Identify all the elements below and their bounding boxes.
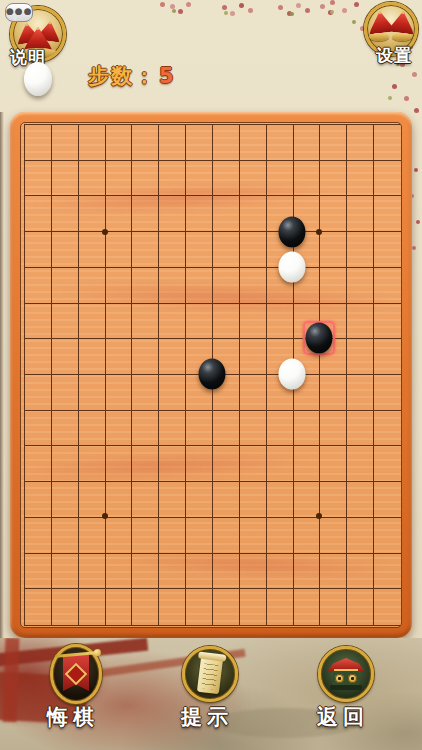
board-cell[interactable] bbox=[25, 232, 52, 268]
board-cell[interactable] bbox=[106, 375, 133, 411]
board-cell[interactable] bbox=[159, 589, 186, 625]
gold-coin bbox=[335, 674, 344, 683]
board-cell[interactable] bbox=[132, 411, 159, 447]
board-cell[interactable] bbox=[132, 589, 159, 625]
board-cell[interactable] bbox=[347, 196, 374, 232]
move-counter-label: 步数： bbox=[88, 64, 157, 88]
board-cell[interactable] bbox=[186, 375, 213, 411]
board-cell[interactable] bbox=[320, 268, 347, 304]
board-cell[interactable] bbox=[267, 518, 294, 554]
board-cell[interactable] bbox=[294, 554, 321, 590]
board-cell[interactable] bbox=[52, 589, 79, 625]
board-cell[interactable] bbox=[294, 232, 321, 268]
board-cell[interactable] bbox=[132, 232, 159, 268]
board-cell[interactable] bbox=[240, 554, 267, 590]
board-cell[interactable] bbox=[106, 268, 133, 304]
board-cell[interactable] bbox=[79, 196, 106, 232]
undo-label: 悔棋 bbox=[27, 703, 119, 731]
board-cell[interactable] bbox=[347, 482, 374, 518]
board-cell[interactable] bbox=[25, 268, 52, 304]
board-cell[interactable] bbox=[79, 232, 106, 268]
board-cell[interactable] bbox=[25, 304, 52, 340]
board-cell[interactable] bbox=[79, 161, 106, 197]
board-cell[interactable] bbox=[347, 411, 374, 447]
board-cell[interactable] bbox=[213, 589, 240, 625]
board-cell[interactable] bbox=[320, 518, 347, 554]
hat-base bbox=[369, 33, 389, 41]
board-cell[interactable] bbox=[106, 161, 133, 197]
board-cell[interactable] bbox=[79, 125, 106, 161]
board-cell[interactable] bbox=[320, 482, 347, 518]
board-cell[interactable] bbox=[186, 232, 213, 268]
board-cell[interactable] bbox=[25, 554, 52, 590]
board-cell[interactable] bbox=[347, 446, 374, 482]
board-cell[interactable] bbox=[132, 125, 159, 161]
board-cell[interactable] bbox=[213, 518, 240, 554]
board-cell[interactable] bbox=[52, 232, 79, 268]
board-cell[interactable] bbox=[294, 339, 321, 375]
board-cell[interactable] bbox=[186, 446, 213, 482]
gold-coin bbox=[348, 674, 357, 683]
board-cell[interactable] bbox=[320, 339, 347, 375]
board-cell[interactable] bbox=[213, 554, 240, 590]
board-cell[interactable] bbox=[159, 554, 186, 590]
board-cell[interactable] bbox=[347, 161, 374, 197]
board-grid[interactable] bbox=[24, 124, 402, 626]
board-cell[interactable] bbox=[320, 554, 347, 590]
board-cell[interactable] bbox=[106, 125, 133, 161]
board-cell[interactable] bbox=[240, 268, 267, 304]
board-cell[interactable] bbox=[240, 446, 267, 482]
blossom-leaves-right bbox=[352, 20, 356, 24]
board-cell[interactable] bbox=[52, 161, 79, 197]
board-cell[interactable] bbox=[347, 125, 374, 161]
board-cell[interactable] bbox=[159, 196, 186, 232]
board-cell[interactable] bbox=[240, 232, 267, 268]
board-cell[interactable] bbox=[267, 554, 294, 590]
scroll bbox=[197, 656, 223, 694]
board-cell[interactable] bbox=[25, 446, 52, 482]
board-cell[interactable] bbox=[52, 446, 79, 482]
board-cell[interactable] bbox=[186, 161, 213, 197]
board-cell[interactable] bbox=[294, 125, 321, 161]
board-cell[interactable] bbox=[374, 196, 401, 232]
board-cell[interactable] bbox=[159, 446, 186, 482]
board-cell[interactable] bbox=[25, 196, 52, 232]
board-cell[interactable] bbox=[374, 232, 401, 268]
board-cell[interactable] bbox=[79, 446, 106, 482]
board-cell[interactable] bbox=[320, 304, 347, 340]
board-cell[interactable] bbox=[374, 304, 401, 340]
board-cell[interactable] bbox=[240, 161, 267, 197]
board-cell[interactable] bbox=[52, 339, 79, 375]
board-cell[interactable] bbox=[79, 339, 106, 375]
board-cell[interactable] bbox=[240, 589, 267, 625]
board-cell[interactable] bbox=[240, 375, 267, 411]
board-cell[interactable] bbox=[132, 446, 159, 482]
board-cell[interactable] bbox=[294, 375, 321, 411]
board-cell[interactable] bbox=[213, 268, 240, 304]
board-cell[interactable] bbox=[25, 339, 52, 375]
board-cell[interactable] bbox=[347, 339, 374, 375]
board-cell[interactable] bbox=[132, 196, 159, 232]
settings-label: 设置 bbox=[376, 44, 412, 67]
board-cell[interactable] bbox=[213, 446, 240, 482]
white-turn-indicator-stone bbox=[24, 62, 52, 96]
board-cell[interactable] bbox=[132, 304, 159, 340]
board-cell[interactable] bbox=[159, 268, 186, 304]
board-cell[interactable] bbox=[267, 589, 294, 625]
board-cell[interactable] bbox=[132, 339, 159, 375]
board-cell[interactable] bbox=[320, 161, 347, 197]
board-cell[interactable] bbox=[213, 411, 240, 447]
board-cell[interactable] bbox=[267, 232, 294, 268]
board-cell[interactable] bbox=[240, 125, 267, 161]
board-cell[interactable] bbox=[374, 446, 401, 482]
board-cell[interactable] bbox=[294, 411, 321, 447]
board-cell[interactable] bbox=[374, 554, 401, 590]
board-cell[interactable] bbox=[132, 554, 159, 590]
board-cell[interactable] bbox=[267, 339, 294, 375]
back-label: 返回 bbox=[297, 703, 389, 731]
board-cell[interactable] bbox=[25, 125, 52, 161]
hint-scroll-icon bbox=[182, 646, 238, 702]
board-cell[interactable] bbox=[267, 161, 294, 197]
board-cell[interactable] bbox=[294, 196, 321, 232]
board bbox=[10, 112, 412, 638]
board-cell[interactable] bbox=[240, 518, 267, 554]
board-cell[interactable] bbox=[132, 518, 159, 554]
board-cell[interactable] bbox=[347, 304, 374, 340]
board-cell[interactable] bbox=[186, 304, 213, 340]
board-cell[interactable] bbox=[320, 589, 347, 625]
board-cell[interactable] bbox=[52, 268, 79, 304]
board-cell[interactable] bbox=[374, 518, 401, 554]
board-cell[interactable] bbox=[186, 125, 213, 161]
board-cell[interactable] bbox=[159, 339, 186, 375]
red-roof bbox=[328, 658, 364, 671]
board-cell[interactable] bbox=[267, 375, 294, 411]
move-counter: 步数：5 bbox=[88, 62, 176, 90]
board-cell[interactable] bbox=[320, 232, 347, 268]
board-cell[interactable] bbox=[159, 161, 186, 197]
board-cell[interactable] bbox=[374, 482, 401, 518]
board-cell[interactable] bbox=[347, 589, 374, 625]
board-cell[interactable] bbox=[347, 268, 374, 304]
board-cell[interactable] bbox=[347, 554, 374, 590]
board-cell[interactable] bbox=[267, 268, 294, 304]
board-cell[interactable] bbox=[186, 518, 213, 554]
hint-label: 提示 bbox=[161, 703, 253, 731]
board-cell[interactable] bbox=[374, 339, 401, 375]
board-cell[interactable] bbox=[106, 196, 133, 232]
instructions-button[interactable]: ●●● 说明 bbox=[2, 2, 78, 102]
board-cell[interactable] bbox=[240, 339, 267, 375]
board-cell[interactable] bbox=[186, 482, 213, 518]
board-cell[interactable] bbox=[132, 375, 159, 411]
board-cell[interactable] bbox=[79, 482, 106, 518]
undo-banner-icon bbox=[50, 644, 102, 704]
board-cell[interactable] bbox=[186, 196, 213, 232]
board-cell[interactable] bbox=[374, 268, 401, 304]
board-cell[interactable] bbox=[52, 125, 79, 161]
speech-bubble-icon: ●●● bbox=[5, 3, 33, 22]
board-cell[interactable] bbox=[159, 232, 186, 268]
board-cell[interactable] bbox=[132, 482, 159, 518]
board-cell[interactable] bbox=[79, 518, 106, 554]
board-cell[interactable] bbox=[106, 411, 133, 447]
blossom-leaves-top bbox=[172, 9, 176, 13]
board-cell[interactable] bbox=[213, 125, 240, 161]
board-cell[interactable] bbox=[213, 232, 240, 268]
board-cell[interactable] bbox=[213, 161, 240, 197]
board-cell[interactable] bbox=[159, 375, 186, 411]
board-cell[interactable] bbox=[79, 304, 106, 340]
board-cell[interactable] bbox=[25, 375, 52, 411]
blossom-decoration-top bbox=[160, 2, 165, 7]
board-cell[interactable] bbox=[159, 518, 186, 554]
board-cell[interactable] bbox=[213, 339, 240, 375]
board-cell[interactable] bbox=[52, 375, 79, 411]
board-cell[interactable] bbox=[374, 411, 401, 447]
board-cell[interactable] bbox=[106, 339, 133, 375]
move-counter-value: 5 bbox=[159, 64, 176, 88]
board-cell[interactable] bbox=[186, 411, 213, 447]
board-cell[interactable] bbox=[79, 554, 106, 590]
board-cell[interactable] bbox=[25, 589, 52, 625]
board-cell[interactable] bbox=[240, 411, 267, 447]
board-cell[interactable] bbox=[294, 518, 321, 554]
board-cell[interactable] bbox=[106, 446, 133, 482]
board-cell[interactable] bbox=[294, 589, 321, 625]
board-cell[interactable] bbox=[186, 589, 213, 625]
board-cell[interactable] bbox=[79, 268, 106, 304]
undo-button[interactable]: 悔棋 bbox=[27, 642, 119, 731]
pavilion-base bbox=[330, 685, 362, 690]
board-cell[interactable] bbox=[106, 304, 133, 340]
board-cell[interactable] bbox=[240, 482, 267, 518]
board-cell[interactable] bbox=[106, 589, 133, 625]
board-cell[interactable] bbox=[159, 304, 186, 340]
board-cell[interactable] bbox=[186, 339, 213, 375]
board-cell[interactable] bbox=[294, 482, 321, 518]
board-cell[interactable] bbox=[294, 161, 321, 197]
board-cell[interactable] bbox=[267, 196, 294, 232]
pavilion bbox=[328, 658, 364, 692]
board-cell[interactable] bbox=[267, 446, 294, 482]
hat-base bbox=[392, 33, 412, 41]
blossom-decoration-right bbox=[330, 0, 335, 5]
board-cell[interactable] bbox=[320, 411, 347, 447]
board-cell[interactable] bbox=[79, 375, 106, 411]
board-cell[interactable] bbox=[25, 482, 52, 518]
board-cell[interactable] bbox=[240, 304, 267, 340]
board-cell[interactable] bbox=[267, 482, 294, 518]
settings-button[interactable]: 设置 bbox=[360, 0, 420, 66]
left-edge-shade bbox=[0, 112, 4, 638]
board-cell[interactable] bbox=[186, 554, 213, 590]
board-cell[interactable] bbox=[132, 161, 159, 197]
board-cell[interactable] bbox=[52, 518, 79, 554]
board-cell[interactable] bbox=[213, 304, 240, 340]
board-surface[interactable] bbox=[20, 122, 402, 628]
board-cell[interactable] bbox=[79, 589, 106, 625]
board-cell[interactable] bbox=[374, 375, 401, 411]
board-cell[interactable] bbox=[52, 196, 79, 232]
board-cell[interactable] bbox=[347, 375, 374, 411]
board-cell[interactable] bbox=[294, 304, 321, 340]
board-cell[interactable] bbox=[347, 518, 374, 554]
board-cell[interactable] bbox=[294, 268, 321, 304]
board-cell[interactable] bbox=[374, 125, 401, 161]
board-cell[interactable] bbox=[213, 196, 240, 232]
board-cell[interactable] bbox=[52, 411, 79, 447]
board-cell[interactable] bbox=[186, 268, 213, 304]
board-cell[interactable] bbox=[347, 232, 374, 268]
board-cell[interactable] bbox=[267, 125, 294, 161]
board-cell[interactable] bbox=[267, 304, 294, 340]
ink-stroke bbox=[3, 638, 20, 722]
board-cell[interactable] bbox=[159, 482, 186, 518]
board-cell[interactable] bbox=[106, 518, 133, 554]
board-cell[interactable] bbox=[374, 589, 401, 625]
board-cell[interactable] bbox=[320, 125, 347, 161]
board-cell[interactable] bbox=[240, 196, 267, 232]
board-cell[interactable] bbox=[52, 482, 79, 518]
board-cell[interactable] bbox=[213, 482, 240, 518]
board-cell[interactable] bbox=[159, 411, 186, 447]
board-cell[interactable] bbox=[52, 554, 79, 590]
board-cell[interactable] bbox=[106, 232, 133, 268]
back-button[interactable]: 返回 bbox=[297, 642, 389, 731]
hint-button[interactable]: 提示 bbox=[161, 642, 253, 731]
gomoku-app: ●●● 说明 步数：5 设置 bbox=[0, 0, 422, 750]
board-cell[interactable] bbox=[106, 482, 133, 518]
board-cell[interactable] bbox=[320, 375, 347, 411]
board-cell[interactable] bbox=[294, 446, 321, 482]
board-cell[interactable] bbox=[213, 375, 240, 411]
board-cell[interactable] bbox=[106, 554, 133, 590]
board-cell[interactable] bbox=[374, 161, 401, 197]
board-cell[interactable] bbox=[79, 411, 106, 447]
board-cell[interactable] bbox=[25, 161, 52, 197]
back-pavilion-icon bbox=[318, 646, 374, 702]
pavilion-wall bbox=[333, 671, 359, 685]
board-cell[interactable] bbox=[25, 411, 52, 447]
board-cell[interactable] bbox=[25, 518, 52, 554]
board-cell[interactable] bbox=[132, 268, 159, 304]
board-cell[interactable] bbox=[52, 304, 79, 340]
board-cell[interactable] bbox=[320, 196, 347, 232]
board-cell[interactable] bbox=[267, 411, 294, 447]
board-cell[interactable] bbox=[320, 446, 347, 482]
red-hat-icon bbox=[388, 9, 416, 34]
board-cell[interactable] bbox=[159, 125, 186, 161]
